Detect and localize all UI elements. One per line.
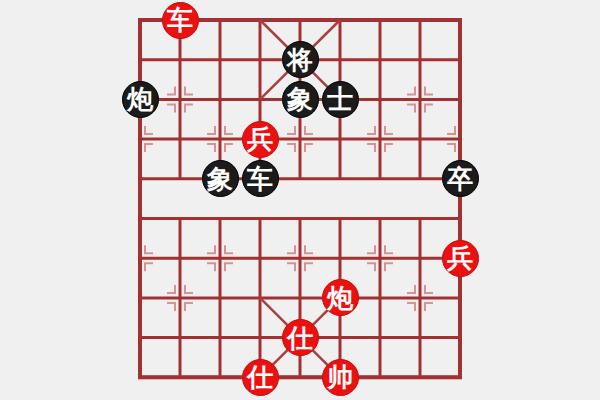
piece-black-general[interactable]: 将	[282, 41, 319, 78]
piece-black-elephant-2[interactable]: 象	[202, 160, 239, 197]
piece-red-cannon[interactable]: 炮	[322, 279, 359, 316]
piece-layer: 车将炮象士兵象车卒兵炮仕仕帅	[120, 0, 480, 397]
piece-red-chariot[interactable]: 车	[162, 2, 199, 39]
piece-red-soldier-2[interactable]: 兵	[442, 240, 479, 277]
xiangqi-app: 车将炮象士兵象车卒兵炮仕仕帅	[0, 0, 600, 400]
piece-black-soldier[interactable]: 卒	[442, 160, 479, 197]
piece-black-cannon[interactable]: 炮	[122, 81, 159, 118]
piece-red-advisor-2[interactable]: 仕	[242, 359, 279, 396]
piece-black-chariot[interactable]: 车	[242, 160, 279, 197]
piece-black-advisor[interactable]: 士	[322, 81, 359, 118]
piece-red-soldier-1[interactable]: 兵	[242, 121, 279, 158]
piece-red-general[interactable]: 帅	[322, 359, 359, 396]
piece-black-elephant-1[interactable]: 象	[282, 81, 319, 118]
piece-red-advisor-1[interactable]: 仕	[282, 319, 319, 356]
